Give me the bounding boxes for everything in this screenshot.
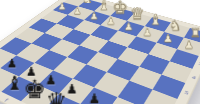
piece-white-rook: ♜ — [190, 27, 200, 39]
piece-white-knight: ♞ — [82, 0, 93, 8]
piece-white-rook: ♜ — [68, 0, 77, 3]
piece-black-pawn: ♟ — [89, 92, 101, 104]
file-label-f: f — [4, 97, 11, 102]
piece-white-pawn: ♟ — [143, 27, 152, 37]
rank-label-5: 5 — [184, 90, 190, 96]
piece-white-king: ♚ — [112, 0, 128, 17]
rank-label-4: 4 — [191, 75, 196, 80]
piece-black-bishop: ♝ — [6, 74, 23, 93]
piece-black-pawn: ♟ — [7, 58, 18, 70]
piece-white-pawn: ♟ — [107, 16, 116, 26]
piece-black-pawn: ♟ — [113, 102, 126, 104]
piece-white-pawn: ♟ — [163, 33, 173, 44]
piece-black-king: ♚ — [23, 77, 46, 103]
piece-white-pawn: ♟ — [184, 39, 194, 50]
rank-label-3: 3 — [198, 61, 200, 66]
piece-black-pawn: ♟ — [66, 83, 78, 96]
vinyl-board-sheet: ♜♞♝♚♛♝♞♜♟♟♟♟♟♟♟♟♟♟♟♟♟♟♟♟♜♞♝♚♛♝♞♜ hgfedcb… — [0, 0, 200, 104]
square-e5[interactable] — [67, 45, 98, 64]
piece-white-bishop: ♝ — [97, 0, 109, 12]
piece-white-pawn: ♟ — [90, 11, 99, 21]
piece-white-queen: ♛ — [130, 6, 145, 23]
piece-black-knight: ♞ — [0, 67, 3, 84]
chess-board: ♜♞♝♚♛♝♞♜♟♟♟♟♟♟♟♟♟♟♟♟♟♟♟♟♜♞♝♚♛♝♞♜ hgfedcb… — [0, 0, 200, 104]
piece-white-pawn: ♟ — [58, 2, 66, 11]
piece-black-pawn: ♟ — [45, 74, 56, 87]
piece-white-pawn: ♟ — [124, 21, 133, 31]
piece-black-queen: ♛ — [46, 90, 68, 104]
square-a5[interactable] — [152, 75, 185, 100]
piece-white-knight: ♞ — [169, 19, 181, 33]
piece-white-pawn: ♟ — [74, 6, 82, 15]
board-grid: ♜♞♝♚♛♝♞♜♟♟♟♟♟♟♟♟♟♟♟♟♟♟♟♟♜♞♝♚♛♝♞♜ — [0, 0, 200, 104]
chess-set-product-photo: ♜♞♝♚♛♝♞♜♟♟♟♟♟♟♟♟♟♟♟♟♟♟♟♟♜♞♝♚♛♝♞♜ hgfedcb… — [0, 0, 200, 104]
